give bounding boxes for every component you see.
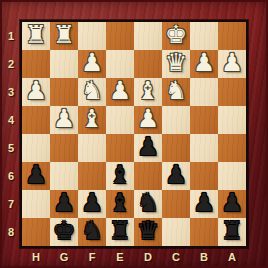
white-pawn-f2: ♟ [81, 49, 103, 77]
white-bishop-f4: ♝ [81, 105, 103, 133]
square-e1 [106, 22, 134, 50]
square-g8: ♚ [50, 218, 78, 246]
black-bishop-e6: ♝ [109, 161, 131, 189]
rank-label-7: 7 [0, 190, 22, 218]
rank-label-4: 4 [0, 106, 22, 134]
square-g3 [50, 78, 78, 106]
square-a2: ♟ [218, 50, 246, 78]
black-rook-a8: ♜ [221, 217, 243, 245]
square-f3: ♞ [78, 78, 106, 106]
rank-label-3: 3 [0, 78, 22, 106]
square-g2 [50, 50, 78, 78]
square-h4 [22, 106, 50, 134]
white-pawn-g4: ♟ [53, 105, 75, 133]
black-pawn-h6: ♟ [25, 161, 47, 189]
white-pawn-d4: ♟ [137, 105, 159, 133]
square-a8: ♜ [218, 218, 246, 246]
square-f1 [78, 22, 106, 50]
rank-label-6: 6 [0, 162, 22, 190]
black-pawn-c6: ♟ [165, 161, 187, 189]
square-e7: ♝ [106, 190, 134, 218]
square-a3 [218, 78, 246, 106]
square-e8: ♜ [106, 218, 134, 246]
white-pawn-b2: ♟ [193, 49, 215, 77]
white-king-c1: ♚ [165, 21, 187, 49]
square-f2: ♟ [78, 50, 106, 78]
square-g6 [50, 162, 78, 190]
square-f4: ♝ [78, 106, 106, 134]
square-d5: ♟ [134, 134, 162, 162]
square-d3: ♝ [134, 78, 162, 106]
square-a5 [218, 134, 246, 162]
file-label-d: D [134, 246, 162, 268]
square-b3 [190, 78, 218, 106]
square-c3: ♞ [162, 78, 190, 106]
square-b4 [190, 106, 218, 134]
square-h5 [22, 134, 50, 162]
square-b1 [190, 22, 218, 50]
file-label-b: B [190, 246, 218, 268]
black-bishop-e7: ♝ [109, 189, 131, 217]
white-pawn-h3: ♟ [25, 77, 47, 105]
square-g7: ♟ [50, 190, 78, 218]
square-b7: ♟ [190, 190, 218, 218]
square-c8 [162, 218, 190, 246]
black-knight-d7: ♞ [137, 189, 159, 217]
chess-diagram: 12345678 HGFEDCBA ♜♜♚♟♛♟♟♟♞♟♝♞♟♝♟♟♟♝♟♟♟♝… [0, 0, 268, 268]
file-label-f: F [78, 246, 106, 268]
square-a4 [218, 106, 246, 134]
rank-label-2: 2 [0, 50, 22, 78]
white-queen-c2: ♛ [165, 49, 187, 77]
square-c2: ♛ [162, 50, 190, 78]
square-b5 [190, 134, 218, 162]
square-g5 [50, 134, 78, 162]
square-f8: ♞ [78, 218, 106, 246]
square-h3: ♟ [22, 78, 50, 106]
square-h8 [22, 218, 50, 246]
white-pawn-e3: ♟ [109, 77, 131, 105]
white-rook-g1: ♜ [53, 21, 75, 49]
square-c6: ♟ [162, 162, 190, 190]
square-h6: ♟ [22, 162, 50, 190]
black-rook-e8: ♜ [109, 217, 131, 245]
square-e3: ♟ [106, 78, 134, 106]
file-label-a: A [218, 246, 246, 268]
rank-label-5: 5 [0, 134, 22, 162]
white-knight-c3: ♞ [165, 77, 187, 105]
black-pawn-f7: ♟ [81, 189, 103, 217]
square-g1: ♜ [50, 22, 78, 50]
square-c1: ♚ [162, 22, 190, 50]
square-b6 [190, 162, 218, 190]
square-d7: ♞ [134, 190, 162, 218]
white-knight-f3: ♞ [81, 77, 103, 105]
square-a7: ♟ [218, 190, 246, 218]
square-d8: ♛ [134, 218, 162, 246]
square-f7: ♟ [78, 190, 106, 218]
black-pawn-g7: ♟ [53, 189, 75, 217]
square-d4: ♟ [134, 106, 162, 134]
square-c5 [162, 134, 190, 162]
rank-label-1: 1 [0, 22, 22, 50]
square-c4 [162, 106, 190, 134]
square-d1 [134, 22, 162, 50]
square-b8 [190, 218, 218, 246]
square-g4: ♟ [50, 106, 78, 134]
square-e6: ♝ [106, 162, 134, 190]
black-king-g8: ♚ [53, 217, 75, 245]
black-knight-f8: ♞ [81, 217, 103, 245]
square-f5 [78, 134, 106, 162]
black-pawn-b7: ♟ [193, 189, 215, 217]
square-h1: ♜ [22, 22, 50, 50]
square-e2 [106, 50, 134, 78]
square-f6 [78, 162, 106, 190]
file-label-g: G [50, 246, 78, 268]
chess-board: ♜♜♚♟♛♟♟♟♞♟♝♞♟♝♟♟♟♝♟♟♟♝♞♟♟♚♞♜♛♜ [22, 22, 246, 246]
square-a1 [218, 22, 246, 50]
square-a6 [218, 162, 246, 190]
square-h2 [22, 50, 50, 78]
square-e5 [106, 134, 134, 162]
square-d2 [134, 50, 162, 78]
black-pawn-d5: ♟ [137, 133, 159, 161]
square-c7 [162, 190, 190, 218]
white-pawn-a2: ♟ [221, 49, 243, 77]
file-label-h: H [22, 246, 50, 268]
square-e4 [106, 106, 134, 134]
rank-labels: 12345678 [0, 22, 22, 246]
white-bishop-d3: ♝ [137, 77, 159, 105]
white-rook-h1: ♜ [25, 21, 47, 49]
square-b2: ♟ [190, 50, 218, 78]
file-labels: HGFEDCBA [22, 246, 246, 268]
file-label-e: E [106, 246, 134, 268]
black-queen-d8: ♛ [137, 217, 159, 245]
file-label-c: C [162, 246, 190, 268]
square-h7 [22, 190, 50, 218]
rank-label-8: 8 [0, 218, 22, 246]
black-pawn-a7: ♟ [221, 189, 243, 217]
square-d6 [134, 162, 162, 190]
